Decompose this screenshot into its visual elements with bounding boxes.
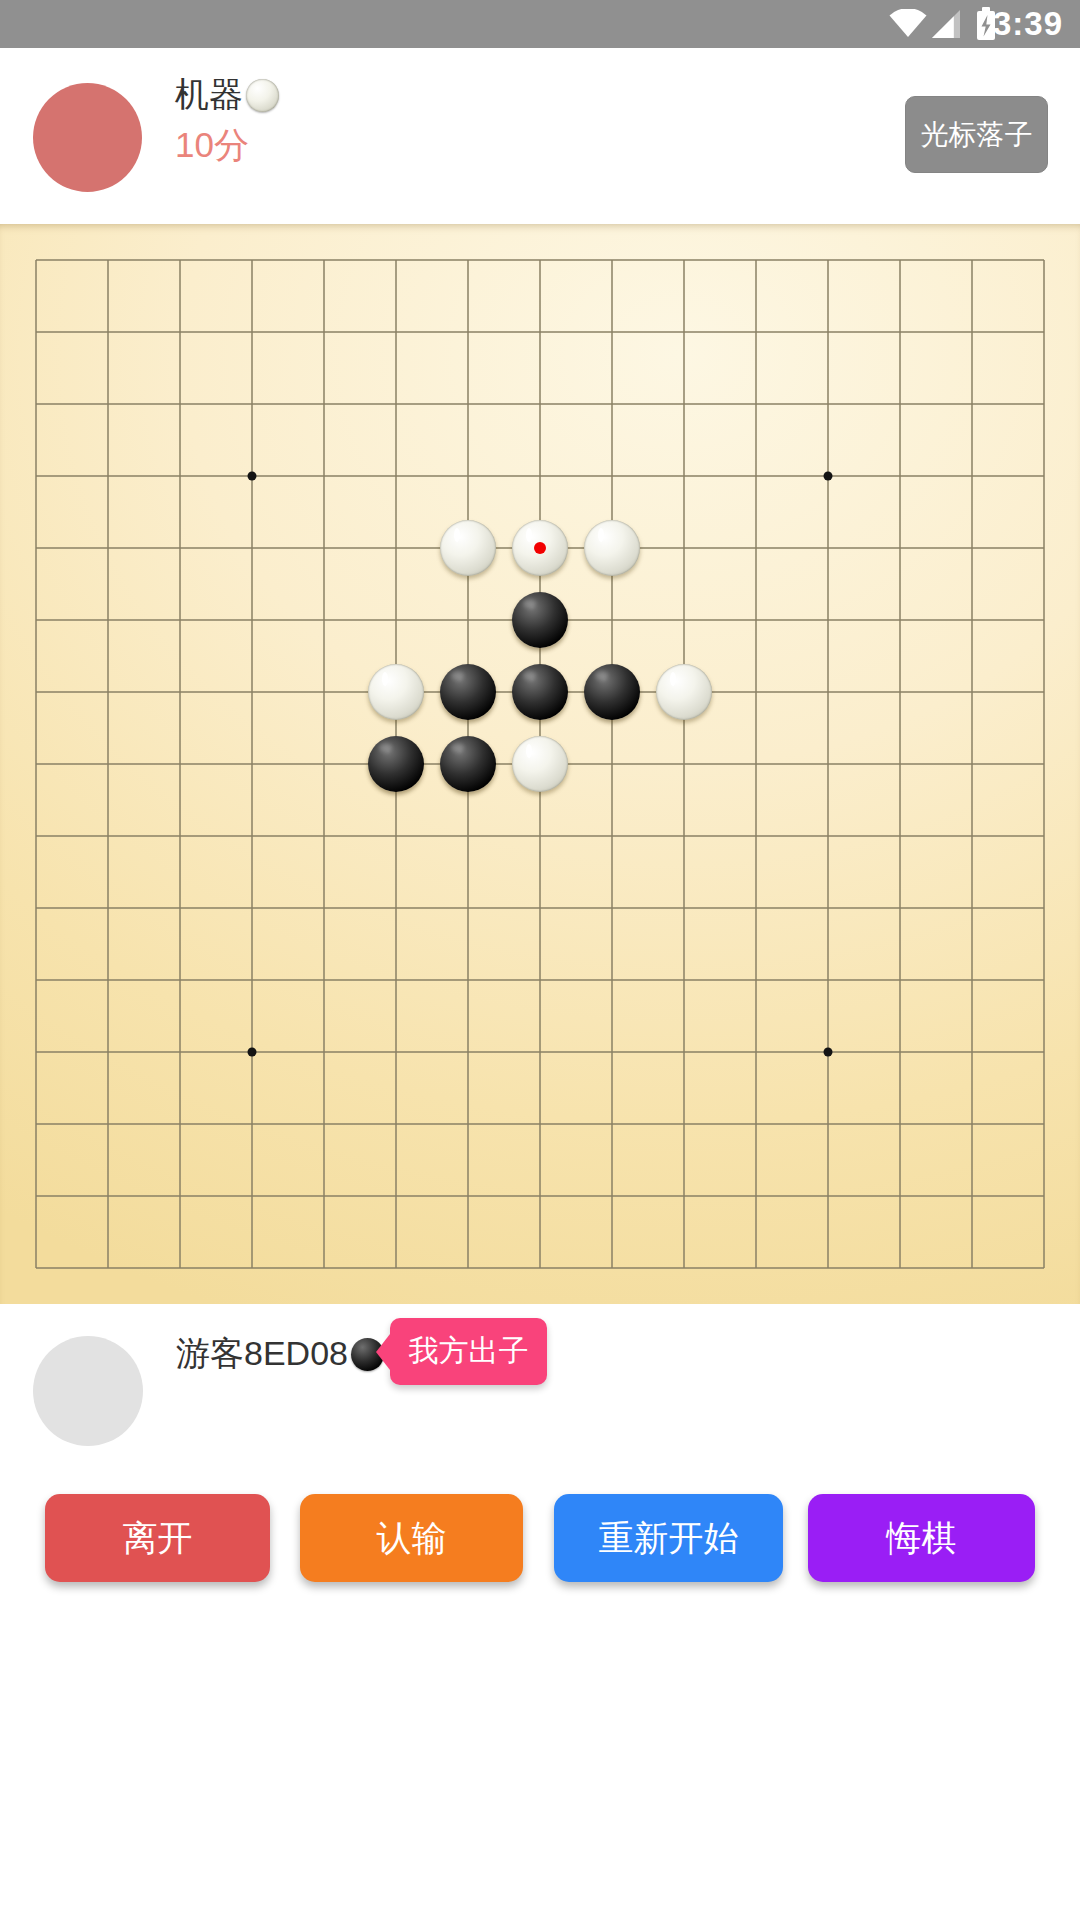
player-name: 游客8ED08 — [176, 1331, 348, 1377]
stone-white — [584, 520, 640, 576]
undo-button[interactable]: 悔棋 — [808, 1494, 1035, 1582]
stone-white — [512, 736, 568, 792]
stone-black — [584, 664, 640, 720]
stone-black — [368, 736, 424, 792]
signal-icon — [932, 10, 960, 38]
player-avatar — [33, 1336, 143, 1446]
opponent-avatar — [33, 83, 142, 192]
player-name-row: 游客8ED08 — [176, 1333, 384, 1375]
stones-layer — [0, 224, 1080, 1304]
wifi-icon — [889, 9, 927, 37]
opponent-name: 机器 — [175, 72, 243, 118]
white-stone-icon — [246, 79, 279, 112]
resign-button[interactable]: 认输 — [300, 1494, 523, 1582]
leave-button[interactable]: 离开 — [45, 1494, 270, 1582]
turn-bubble-text: 我方出子 — [409, 1331, 529, 1372]
gomoku-board[interactable] — [0, 224, 1080, 1304]
restart-button[interactable]: 重新开始 — [554, 1494, 783, 1582]
status-bar: 3:39 — [0, 0, 1080, 48]
cursor-place-button[interactable]: 光标落子 — [905, 96, 1048, 173]
stone-white — [440, 520, 496, 576]
turn-bubble: 我方出子 — [390, 1318, 547, 1385]
stone-white — [656, 664, 712, 720]
opponent-name-row: 机器 — [175, 74, 279, 116]
stone-black — [440, 736, 496, 792]
status-time: 3:39 — [993, 5, 1063, 43]
stone-white — [512, 520, 568, 576]
opponent-score: 10分 — [175, 122, 249, 169]
stone-black — [512, 664, 568, 720]
screen: 3:39 机器 10分 光标落子 游客8ED08 我方出子 离开 认输 重新开始… — [0, 0, 1080, 1920]
player-panel: 游客8ED08 我方出子 离开 认输 重新开始 悔棋 — [0, 1304, 1080, 1920]
stone-white — [368, 664, 424, 720]
opponent-panel: 机器 10分 光标落子 — [0, 48, 1080, 224]
last-move-marker — [534, 542, 546, 554]
stone-black — [512, 592, 568, 648]
bubble-arrow-icon — [376, 1334, 390, 1370]
stone-black — [440, 664, 496, 720]
